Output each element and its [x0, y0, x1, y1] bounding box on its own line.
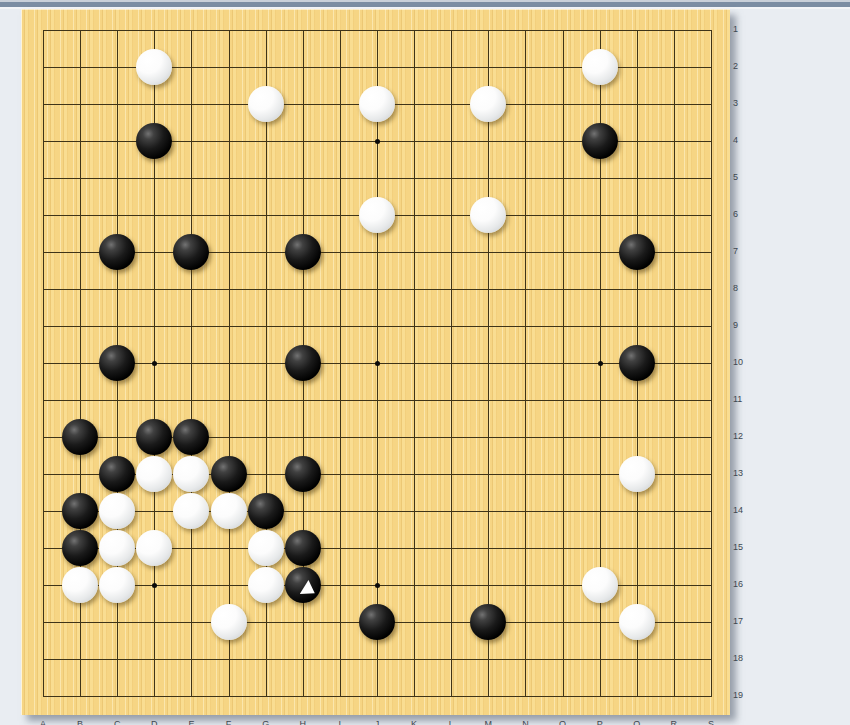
col-label-G: G — [256, 719, 276, 725]
row-label-11: 11 — [733, 394, 751, 405]
black-stone-J17 — [359, 604, 395, 640]
white-stone-C16 — [99, 567, 135, 603]
black-stone-B14 — [62, 493, 98, 529]
white-stone-C14 — [99, 493, 135, 529]
row-label-4: 4 — [733, 135, 751, 146]
grid-line-h-11 — [43, 400, 712, 401]
row-label-7: 7 — [733, 246, 751, 257]
black-stone-H16 — [285, 567, 321, 603]
white-stone-B16 — [62, 567, 98, 603]
white-stone-E14 — [173, 493, 209, 529]
black-stone-E7 — [173, 234, 209, 270]
white-stone-P16 — [582, 567, 618, 603]
col-label-Q: Q — [627, 719, 647, 725]
white-stone-D15 — [136, 530, 172, 566]
col-label-A: A — [33, 719, 53, 725]
white-stone-F14 — [211, 493, 247, 529]
row-label-6: 6 — [733, 209, 751, 220]
white-stone-J6 — [359, 197, 395, 233]
star-point-J16 — [375, 583, 380, 588]
white-stone-D2 — [136, 49, 172, 85]
grid-line-h-9 — [43, 326, 712, 327]
white-stone-Q17 — [619, 604, 655, 640]
star-point-D10 — [152, 361, 157, 366]
row-label-16: 16 — [733, 579, 751, 590]
black-stone-B15 — [62, 530, 98, 566]
white-stone-G15 — [248, 530, 284, 566]
white-stone-C15 — [99, 530, 135, 566]
white-stone-E13 — [173, 456, 209, 492]
white-stone-F17 — [211, 604, 247, 640]
goban[interactable] — [21, 9, 730, 715]
col-label-B: B — [70, 719, 90, 725]
col-label-E: E — [181, 719, 201, 725]
col-label-L: L — [441, 719, 461, 725]
black-stone-P4 — [582, 123, 618, 159]
col-label-D: D — [144, 719, 164, 725]
col-label-S: S — [701, 719, 721, 725]
star-point-J4 — [375, 139, 380, 144]
black-stone-M17 — [470, 604, 506, 640]
black-stone-D12 — [136, 419, 172, 455]
grid-line-h-1 — [43, 30, 712, 31]
white-stone-G3 — [248, 86, 284, 122]
black-stone-B12 — [62, 419, 98, 455]
black-stone-C13 — [99, 456, 135, 492]
col-label-R: R — [664, 719, 684, 725]
black-stone-H7 — [285, 234, 321, 270]
col-label-H: H — [293, 719, 313, 725]
black-stone-F13 — [211, 456, 247, 492]
row-label-18: 18 — [733, 653, 751, 664]
black-stone-Q7 — [619, 234, 655, 270]
row-label-10: 10 — [733, 357, 751, 368]
black-stone-Q10 — [619, 345, 655, 381]
row-label-13: 13 — [733, 468, 751, 479]
black-stone-H15 — [285, 530, 321, 566]
white-stone-Q13 — [619, 456, 655, 492]
grid-line-h-14 — [43, 511, 712, 512]
white-stone-P2 — [582, 49, 618, 85]
row-label-15: 15 — [733, 542, 751, 553]
white-stone-M6 — [470, 197, 506, 233]
white-stone-J3 — [359, 86, 395, 122]
row-label-12: 12 — [733, 431, 751, 442]
row-label-3: 3 — [733, 98, 751, 109]
col-label-J: J — [367, 719, 387, 725]
grid-line-h-19 — [43, 696, 712, 697]
col-label-C: C — [107, 719, 127, 725]
row-label-14: 14 — [733, 505, 751, 516]
black-stone-C10 — [99, 345, 135, 381]
col-label-P: P — [590, 719, 610, 725]
col-label-F: F — [219, 719, 239, 725]
row-label-1: 1 — [733, 24, 751, 35]
col-label-I: I — [330, 719, 350, 725]
last-move-marker — [300, 580, 315, 594]
col-label-N: N — [515, 719, 535, 725]
row-label-2: 2 — [733, 61, 751, 72]
star-point-D16 — [152, 583, 157, 588]
black-stone-D4 — [136, 123, 172, 159]
grid-line-h-8 — [43, 289, 712, 290]
black-stone-E12 — [173, 419, 209, 455]
grid-line-h-5 — [43, 178, 712, 179]
star-point-P10 — [598, 361, 603, 366]
grid-line-h-18 — [43, 659, 712, 660]
grid-line-h-7 — [43, 252, 712, 253]
white-stone-M3 — [470, 86, 506, 122]
star-point-J10 — [375, 361, 380, 366]
row-label-9: 9 — [733, 320, 751, 331]
col-label-M: M — [478, 719, 498, 725]
row-label-19: 19 — [733, 690, 751, 701]
black-stone-C7 — [99, 234, 135, 270]
page: { "game": "go", "board": { "size": 19, "… — [0, 0, 850, 725]
col-label-K: K — [404, 719, 424, 725]
row-label-5: 5 — [733, 172, 751, 183]
white-stone-D13 — [136, 456, 172, 492]
white-stone-G16 — [248, 567, 284, 603]
black-stone-G14 — [248, 493, 284, 529]
black-stone-H13 — [285, 456, 321, 492]
row-label-17: 17 — [733, 616, 751, 627]
row-label-8: 8 — [733, 283, 751, 294]
black-stone-H10 — [285, 345, 321, 381]
col-label-O: O — [553, 719, 573, 725]
